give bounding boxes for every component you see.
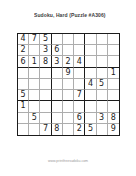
cell-r8c8: 3	[97, 113, 108, 124]
cell-r7c6[interactable]	[74, 101, 85, 112]
cell-r5c3[interactable]	[40, 79, 51, 90]
cell-r4c3[interactable]	[40, 68, 51, 79]
cell-r8c4[interactable]	[52, 113, 63, 124]
cell-r5c1[interactable]	[18, 79, 29, 90]
cell-r9c6: 2	[74, 124, 85, 135]
cell-r5c2[interactable]	[29, 79, 40, 90]
cell-r6c5[interactable]	[63, 90, 74, 101]
footer-url: www.printfreesudoku.com	[34, 159, 102, 163]
cell-r4c2[interactable]	[29, 68, 40, 79]
cell-r1c8[interactable]	[97, 34, 108, 45]
cell-r2c1: 2	[18, 45, 29, 56]
cell-r7c2[interactable]	[29, 101, 40, 112]
cell-r3c6: 4	[74, 56, 85, 67]
cell-r7c4[interactable]	[52, 101, 63, 112]
cell-r3c2: 1	[29, 56, 40, 67]
cell-r2c8[interactable]	[97, 45, 108, 56]
cell-r9c1[interactable]	[18, 124, 29, 135]
sudoku-board: 4752366183249145571563878259	[17, 33, 120, 136]
cell-r4c1[interactable]	[18, 68, 29, 79]
cell-r2c5[interactable]	[63, 45, 74, 56]
cell-r7c1: 1	[18, 101, 29, 112]
cell-r8c5[interactable]	[63, 113, 74, 124]
cell-r9c8[interactable]	[97, 124, 108, 135]
cell-r1c5[interactable]	[63, 34, 74, 45]
cell-r3c1: 6	[18, 56, 29, 67]
cell-r8c6: 6	[74, 113, 85, 124]
cell-r9c4: 8	[52, 124, 63, 135]
cell-r5c8: 5	[97, 79, 108, 90]
cell-r5c5[interactable]	[63, 79, 74, 90]
puzzle-title: Sudoku, Hard (Puzzle #A306)	[34, 12, 102, 18]
cell-r8c2: 5	[29, 113, 40, 124]
cell-r2c6[interactable]	[74, 45, 85, 56]
cell-r7c3[interactable]	[40, 101, 51, 112]
cell-r3c8[interactable]	[97, 56, 108, 67]
cell-r1c1: 4	[18, 34, 29, 45]
cell-r4c9: 1	[108, 68, 119, 79]
cell-r3c3: 8	[40, 56, 51, 67]
cell-r4c5: 9	[63, 68, 74, 79]
cell-r9c2[interactable]	[29, 124, 40, 135]
cell-r5c7: 4	[85, 79, 96, 90]
cell-r2c9[interactable]	[108, 45, 119, 56]
cell-r6c8[interactable]	[97, 90, 108, 101]
cell-r3c5: 2	[63, 56, 74, 67]
cell-r1c6[interactable]	[74, 34, 85, 45]
cell-r1c9[interactable]	[108, 34, 119, 45]
cell-r4c6[interactable]	[74, 68, 85, 79]
cell-r9c7: 5	[85, 124, 96, 135]
cell-r8c9: 8	[108, 113, 119, 124]
cell-r2c7[interactable]	[85, 45, 96, 56]
cell-r1c7[interactable]	[85, 34, 96, 45]
cell-r6c6: 7	[74, 90, 85, 101]
cell-r9c5[interactable]	[63, 124, 74, 135]
cell-r8c3[interactable]	[40, 113, 51, 124]
cell-r1c2: 7	[29, 34, 40, 45]
cell-r9c3: 7	[40, 124, 51, 135]
cell-r7c9[interactable]	[108, 101, 119, 112]
cell-r8c1[interactable]	[18, 113, 29, 124]
cell-r4c4[interactable]	[52, 68, 63, 79]
cell-r2c4: 6	[52, 45, 63, 56]
cell-r4c8[interactable]	[97, 68, 108, 79]
sudoku-sheet: { "game": "sudoku", "position": "4750000…	[0, 0, 136, 176]
cell-r6c2[interactable]	[29, 90, 40, 101]
cell-r6c9[interactable]	[108, 90, 119, 101]
cell-r7c8[interactable]	[97, 101, 108, 112]
cell-r3c4: 3	[52, 56, 63, 67]
cell-r3c7[interactable]	[85, 56, 96, 67]
cell-r5c4[interactable]	[52, 79, 63, 90]
cell-r5c6[interactable]	[74, 79, 85, 90]
cell-r6c4[interactable]	[52, 90, 63, 101]
cell-r2c2[interactable]	[29, 45, 40, 56]
cell-r3c9[interactable]	[108, 56, 119, 67]
cell-r1c3: 5	[40, 34, 51, 45]
cell-r5c9[interactable]	[108, 79, 119, 90]
cell-r7c7[interactable]	[85, 101, 96, 112]
cell-r4c7[interactable]	[85, 68, 96, 79]
cell-r9c9: 9	[108, 124, 119, 135]
cell-r6c1: 5	[18, 90, 29, 101]
cell-r6c7[interactable]	[85, 90, 96, 101]
cell-r1c4[interactable]	[52, 34, 63, 45]
cell-r7c5[interactable]	[63, 101, 74, 112]
cell-r6c3[interactable]	[40, 90, 51, 101]
cell-r2c3: 3	[40, 45, 51, 56]
cell-r8c7[interactable]	[85, 113, 96, 124]
